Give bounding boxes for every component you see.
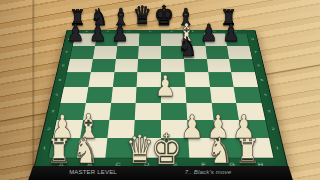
piece-black-pawn-g7[interactable]: ♟ [200, 21, 217, 45]
piece-white-pawn-f2[interactable]: ♟ [180, 111, 204, 143]
piece-white-queen-d1[interactable]: ♛ [125, 131, 154, 170]
piece-black-pawn-a7[interactable]: ♟ [67, 21, 84, 45]
piece-black-pawn-c7[interactable]: ♟ [111, 21, 128, 45]
piece-black-knight-f6[interactable]: ♞ [178, 35, 198, 62]
piece-white-knight-b1[interactable]: ♞ [73, 133, 99, 169]
piece-white-pawn-e4[interactable]: ♟ [155, 72, 176, 101]
piece-black-king-e8[interactable]: ♚ [154, 1, 174, 28]
piece-black-queen-d8[interactable]: ♛ [133, 3, 152, 28]
piece-white-king-e1[interactable]: ♚ [151, 128, 182, 170]
piece-white-rook-a1[interactable]: ♜ [47, 135, 72, 169]
piece-black-pawn-h7[interactable]: ♟ [222, 21, 239, 45]
piece-white-rook-h1[interactable]: ♜ [235, 135, 260, 169]
chess-app-screen: 87654321 87654321 ABCDEFGH ABCDEFGH MAST… [0, 0, 320, 180]
piece-layer: ♜♞♝♛♚♝♜♟♟♟♝♟♟♞♟♟♝♟♟♟♜♞♛♚♞♜ [0, 0, 320, 180]
piece-white-knight-g1[interactable]: ♞ [207, 133, 233, 169]
piece-black-pawn-b7[interactable]: ♟ [89, 21, 106, 45]
